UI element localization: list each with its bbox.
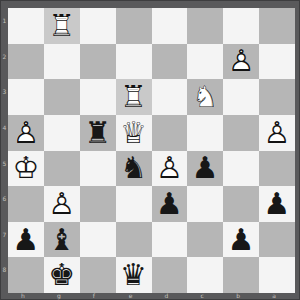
square-a6[interactable]: ♟ bbox=[259, 186, 295, 222]
black-bishop[interactable]: ♝ bbox=[48, 225, 75, 255]
file-label-b: b bbox=[236, 293, 240, 299]
square-d1[interactable] bbox=[152, 8, 188, 44]
square-e2[interactable] bbox=[116, 44, 152, 80]
black-bishop-glyph: ♝ bbox=[48, 222, 75, 257]
black-pawn-glyph: ♟ bbox=[192, 151, 219, 186]
square-h6[interactable] bbox=[8, 186, 44, 222]
white-rook[interactable]: ♜♖ bbox=[48, 11, 75, 41]
black-rook[interactable]: ♜ bbox=[84, 118, 111, 148]
square-g7[interactable]: ♝ bbox=[44, 222, 80, 258]
square-g4[interactable] bbox=[44, 115, 80, 151]
white-pawn[interactable]: ♟♙ bbox=[228, 46, 255, 76]
square-e3[interactable]: ♜♖ bbox=[116, 79, 152, 115]
white-knight-glyph: ♘ bbox=[192, 79, 219, 114]
square-b2[interactable]: ♟♙ bbox=[223, 44, 259, 80]
square-b1[interactable] bbox=[223, 8, 259, 44]
square-c3[interactable]: ♞♘ bbox=[187, 79, 223, 115]
square-d5[interactable]: ♟♙ bbox=[152, 151, 188, 187]
white-rook[interactable]: ♜♖ bbox=[120, 82, 147, 112]
square-a5[interactable] bbox=[259, 151, 295, 187]
chess-board: ♜♖♟♙♜♖♞♘♟♙♜♛♕♟♙♚♔♞♟♙♟♟♙♟♟♟♝♟♚♛ bbox=[8, 8, 295, 293]
white-queen-glyph: ♕ bbox=[120, 115, 147, 150]
square-c4[interactable] bbox=[187, 115, 223, 151]
square-b4[interactable] bbox=[223, 115, 259, 151]
black-pawn-glyph: ♟ bbox=[264, 186, 291, 221]
square-e8[interactable]: ♛ bbox=[116, 257, 152, 293]
square-d6[interactable]: ♟ bbox=[152, 186, 188, 222]
square-g6[interactable]: ♟♙ bbox=[44, 186, 80, 222]
rank-label-5: 5 bbox=[2, 161, 7, 167]
square-h7[interactable]: ♟ bbox=[8, 222, 44, 258]
white-pawn-glyph: ♙ bbox=[12, 115, 39, 150]
black-queen-glyph: ♛ bbox=[120, 257, 147, 292]
black-pawn[interactable]: ♟ bbox=[12, 225, 39, 255]
white-rook-glyph: ♖ bbox=[48, 8, 75, 43]
black-pawn[interactable]: ♟ bbox=[228, 225, 255, 255]
square-c8[interactable] bbox=[187, 257, 223, 293]
square-g1[interactable]: ♜♖ bbox=[44, 8, 80, 44]
square-a8[interactable] bbox=[259, 257, 295, 293]
rank-label-8: 8 bbox=[2, 267, 7, 273]
square-h2[interactable] bbox=[8, 44, 44, 80]
square-h8[interactable] bbox=[8, 257, 44, 293]
square-a4[interactable]: ♟♙ bbox=[259, 115, 295, 151]
square-e5[interactable]: ♞ bbox=[116, 151, 152, 187]
square-e4[interactable]: ♛♕ bbox=[116, 115, 152, 151]
rank-label-2: 2 bbox=[2, 54, 7, 60]
white-king-glyph: ♔ bbox=[12, 151, 39, 186]
square-h3[interactable] bbox=[8, 79, 44, 115]
white-pawn-glyph: ♙ bbox=[264, 115, 291, 150]
square-f1[interactable] bbox=[80, 8, 116, 44]
white-rook-glyph: ♖ bbox=[120, 79, 147, 114]
square-c6[interactable] bbox=[187, 186, 223, 222]
white-pawn[interactable]: ♟♙ bbox=[12, 118, 39, 148]
black-knight-glyph: ♞ bbox=[120, 151, 147, 186]
square-g5[interactable] bbox=[44, 151, 80, 187]
rank-label-1: 1 bbox=[2, 18, 7, 24]
white-pawn[interactable]: ♟♙ bbox=[264, 118, 291, 148]
file-label-g: g bbox=[57, 293, 61, 299]
black-knight[interactable]: ♞ bbox=[120, 153, 147, 183]
square-h1[interactable] bbox=[8, 8, 44, 44]
rank-label-7: 7 bbox=[2, 232, 7, 238]
black-pawn-glyph: ♟ bbox=[156, 186, 183, 221]
square-e6[interactable] bbox=[116, 186, 152, 222]
white-pawn-glyph: ♙ bbox=[156, 151, 183, 186]
square-e7[interactable] bbox=[116, 222, 152, 258]
black-queen[interactable]: ♛ bbox=[120, 260, 147, 290]
rank-label-4: 4 bbox=[2, 125, 7, 131]
square-f6[interactable] bbox=[80, 186, 116, 222]
square-c5[interactable]: ♟ bbox=[187, 151, 223, 187]
square-f8[interactable] bbox=[80, 257, 116, 293]
black-pawn-glyph: ♟ bbox=[12, 222, 39, 257]
square-h4[interactable]: ♟♙ bbox=[8, 115, 44, 151]
square-d7[interactable] bbox=[152, 222, 188, 258]
black-pawn[interactable]: ♟ bbox=[264, 189, 291, 219]
square-a2[interactable] bbox=[259, 44, 295, 80]
square-g2[interactable] bbox=[44, 44, 80, 80]
white-pawn[interactable]: ♟♙ bbox=[48, 189, 75, 219]
square-b3[interactable] bbox=[223, 79, 259, 115]
square-b6[interactable] bbox=[223, 186, 259, 222]
square-g8[interactable]: ♚ bbox=[44, 257, 80, 293]
square-c7[interactable] bbox=[187, 222, 223, 258]
square-d2[interactable] bbox=[152, 44, 188, 80]
file-label-c: c bbox=[200, 293, 203, 299]
white-knight[interactable]: ♞♘ bbox=[192, 82, 219, 112]
file-label-a: a bbox=[272, 293, 276, 299]
white-pawn-glyph: ♙ bbox=[48, 186, 75, 221]
square-a1[interactable] bbox=[259, 8, 295, 44]
black-pawn[interactable]: ♟ bbox=[156, 189, 183, 219]
black-king[interactable]: ♚ bbox=[48, 260, 75, 290]
square-f7[interactable] bbox=[80, 222, 116, 258]
square-f3[interactable] bbox=[80, 79, 116, 115]
file-label-h: h bbox=[21, 293, 25, 299]
square-f2[interactable] bbox=[80, 44, 116, 80]
white-king[interactable]: ♚♔ bbox=[12, 153, 39, 183]
file-label-f: f bbox=[93, 293, 95, 299]
square-b8[interactable] bbox=[223, 257, 259, 293]
white-queen[interactable]: ♛♕ bbox=[120, 118, 147, 148]
square-d3[interactable] bbox=[152, 79, 188, 115]
white-pawn[interactable]: ♟♙ bbox=[156, 153, 183, 183]
square-g3[interactable] bbox=[44, 79, 80, 115]
square-a3[interactable] bbox=[259, 79, 295, 115]
white-pawn-glyph: ♙ bbox=[228, 44, 255, 79]
black-pawn[interactable]: ♟ bbox=[192, 153, 219, 183]
square-c1[interactable] bbox=[187, 8, 223, 44]
file-label-e: e bbox=[129, 293, 133, 299]
square-e1[interactable] bbox=[116, 8, 152, 44]
square-c2[interactable] bbox=[187, 44, 223, 80]
square-a7[interactable] bbox=[259, 222, 295, 258]
square-d4[interactable] bbox=[152, 115, 188, 151]
square-h5[interactable]: ♚♔ bbox=[8, 151, 44, 187]
rank-label-3: 3 bbox=[2, 89, 7, 95]
square-d8[interactable] bbox=[152, 257, 188, 293]
square-f4[interactable]: ♜ bbox=[80, 115, 116, 151]
square-b7[interactable]: ♟ bbox=[223, 222, 259, 258]
file-label-d: d bbox=[165, 293, 169, 299]
black-king-glyph: ♚ bbox=[48, 257, 75, 292]
black-rook-glyph: ♜ bbox=[84, 115, 111, 150]
square-b5[interactable] bbox=[223, 151, 259, 187]
square-f5[interactable] bbox=[80, 151, 116, 187]
rank-label-6: 6 bbox=[2, 196, 7, 202]
black-pawn-glyph: ♟ bbox=[228, 222, 255, 257]
